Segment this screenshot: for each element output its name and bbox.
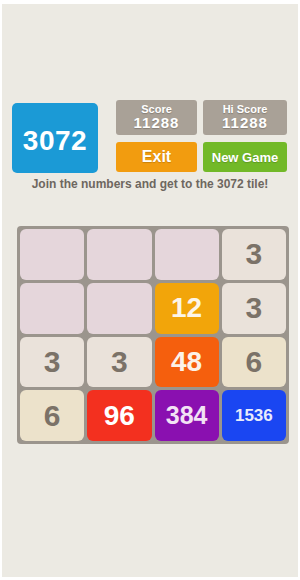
empty-cell-r2c1	[20, 283, 84, 334]
logo-tile-3072: 3072	[12, 103, 98, 173]
tile-384-r4c3: 384	[155, 390, 219, 441]
tile-6-r4c1: 6	[20, 390, 84, 441]
new-game-button-label: New Game	[212, 150, 278, 165]
tile-3-r1c4: 3	[222, 229, 286, 280]
tile-3-r3c1: 3	[20, 337, 84, 388]
board-grid[interactable]: 3123334866963841536	[17, 226, 289, 444]
game-instruction: Join the numbers and get to the 3072 til…	[0, 177, 300, 191]
tile-48-r3c3: 48	[155, 337, 219, 388]
hiscore-value: 11288	[222, 115, 268, 132]
tile-3-r3c2: 3	[87, 337, 151, 388]
score-value: 11288	[134, 115, 180, 132]
logo-tile-label: 3072	[23, 125, 87, 157]
tile-12-r2c3: 12	[155, 283, 219, 334]
empty-cell-r1c3	[155, 229, 219, 280]
tile-1536-r4c4: 1536	[222, 390, 286, 441]
empty-cell-r2c2	[87, 283, 151, 334]
tile-3-r2c4: 3	[222, 283, 286, 334]
empty-cell-r1c1	[20, 229, 84, 280]
tile-96-r4c2: 96	[87, 390, 151, 441]
score-box: Score 11288	[116, 100, 197, 135]
tile-6-r3c4: 6	[222, 337, 286, 388]
new-game-button[interactable]: New Game	[203, 142, 287, 172]
empty-cell-r1c2	[87, 229, 151, 280]
hiscore-box: Hi Score 11288	[203, 100, 287, 135]
exit-button[interactable]: Exit	[116, 142, 197, 172]
exit-button-label: Exit	[142, 148, 171, 166]
